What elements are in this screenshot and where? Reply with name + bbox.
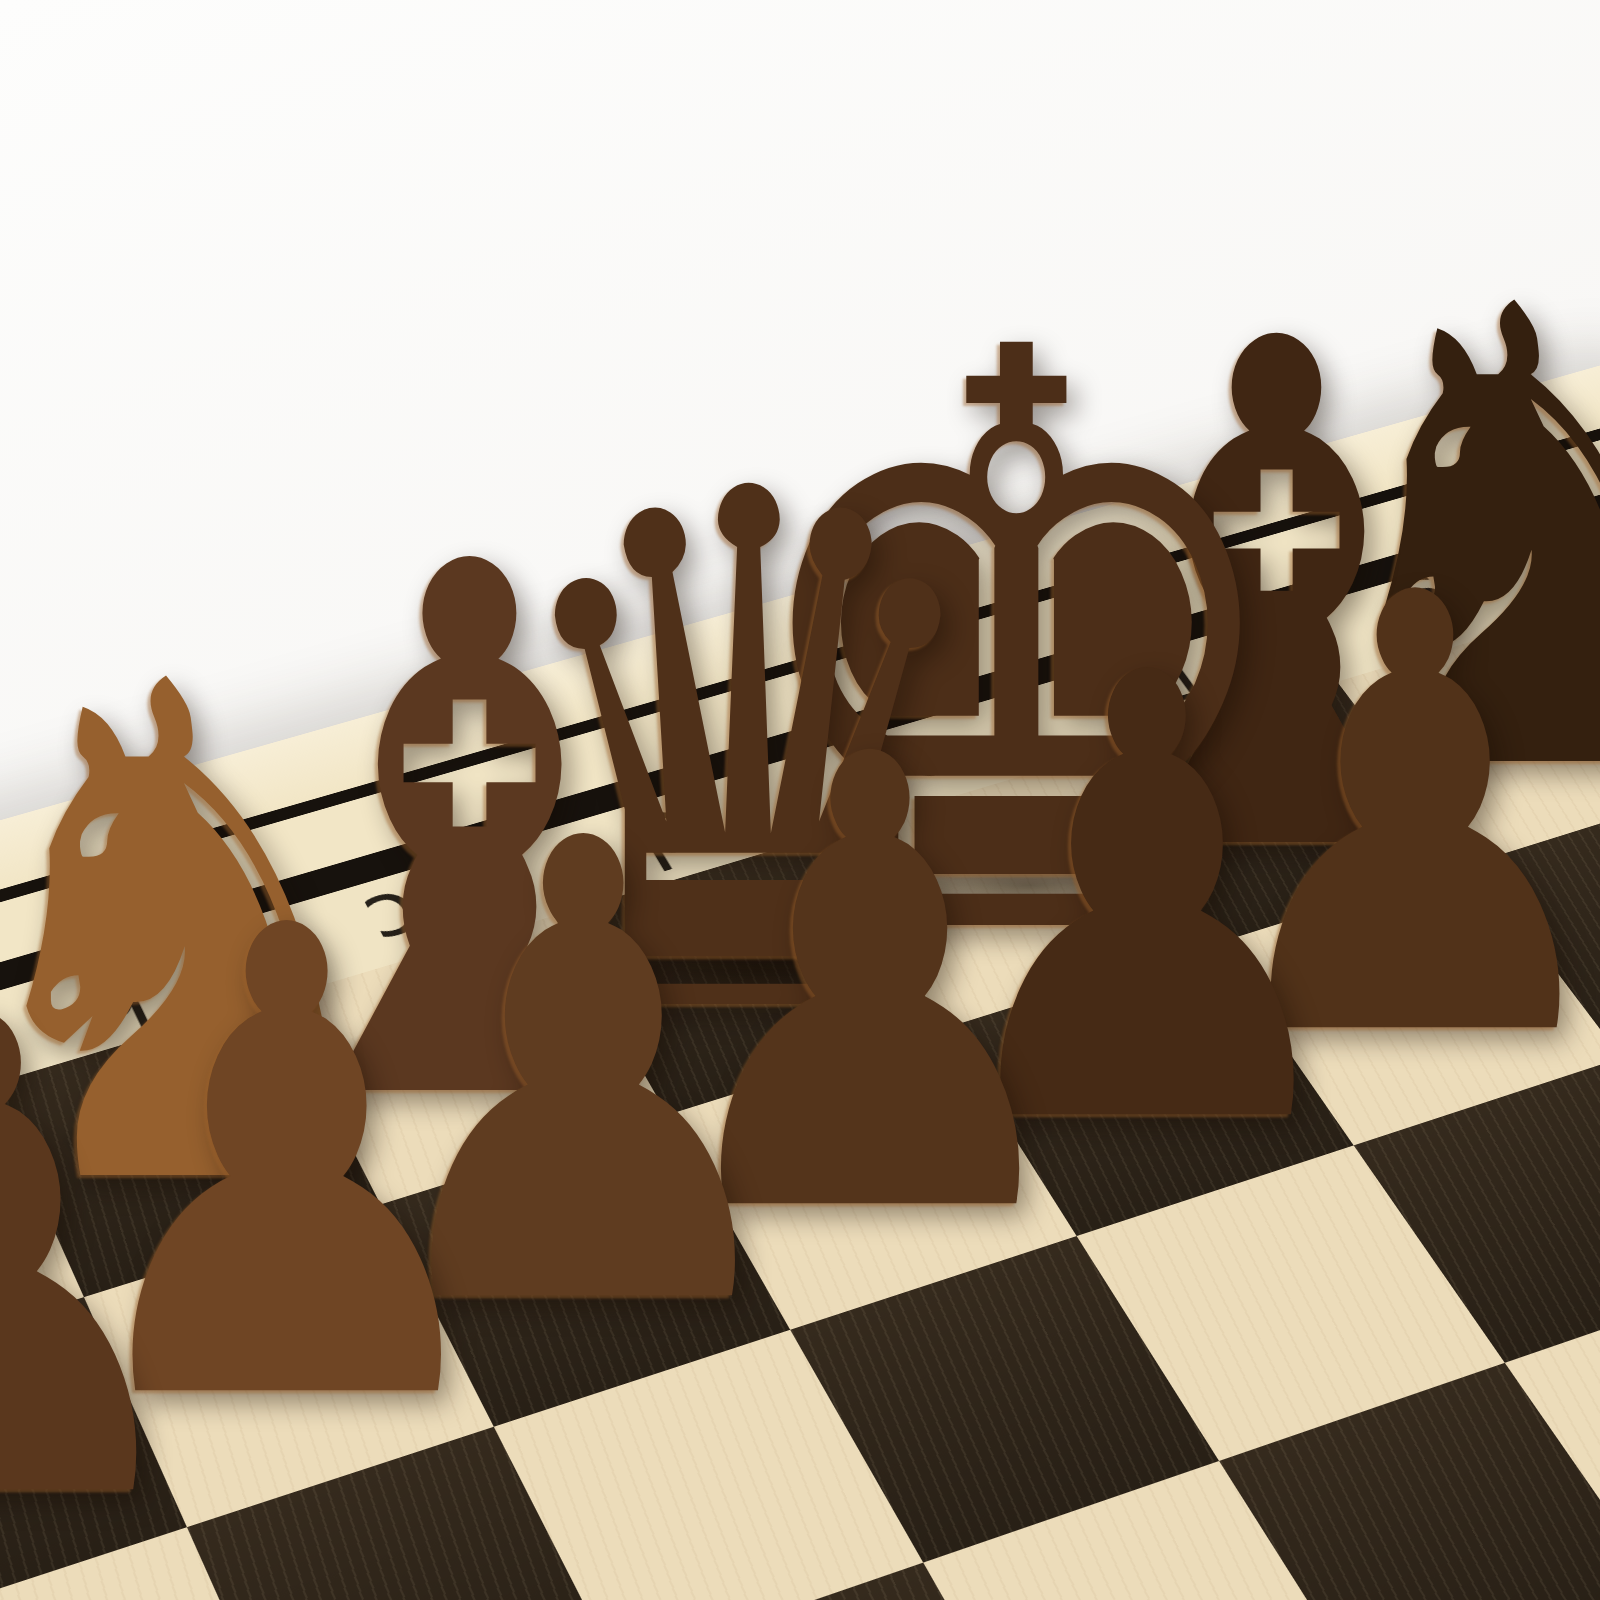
piece-black-pawn-a7[interactable]: ♟ bbox=[0, 935, 242, 1590]
pieces-layer: ♞ ♝ ♛ ♚ ♝ ♞ ♟ ♟ ♟ ♟ ♟ ♟ bbox=[0, 0, 1600, 1600]
photo-frame: a b c d e f g h ♞ ♝ ♛ ♚ ♝ ♞ ♟ ♟ ♟ ♟ ♟ ♟ bbox=[0, 0, 1600, 1600]
